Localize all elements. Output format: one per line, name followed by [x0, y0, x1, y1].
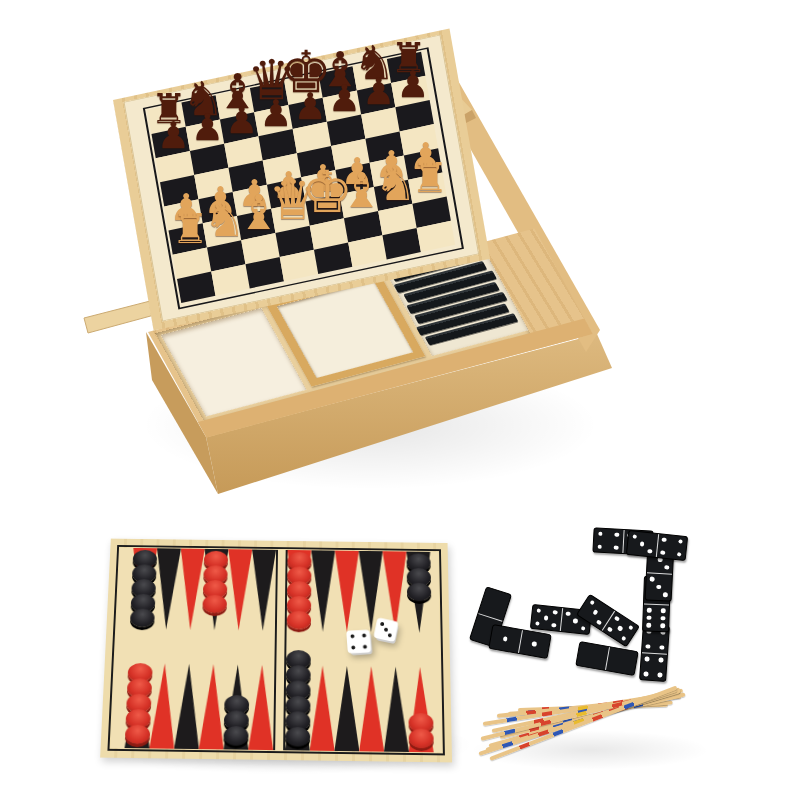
chess-board: ♜♞♝♛♚♝♞♜♟♟♟♟♟♟♟♟♟♟♟♟♟♟♟♟♜♞♝♛♚♝♞♜ [147, 52, 455, 303]
chess-square-f7: ♟ [323, 90, 361, 121]
chess-piece-black-pawn[interactable]: ♟ [156, 117, 189, 154]
chess-piece-white-knight[interactable]: ♞ [374, 160, 416, 207]
chess-piece-black-pawn[interactable]: ♟ [327, 80, 360, 117]
chess-square-b3: ♞ [203, 216, 241, 247]
chess-square-a7: ♟ [151, 127, 189, 158]
chess-piece-black-pawn[interactable]: ♟ [190, 110, 223, 147]
chess-square-a3: ♜ [169, 223, 207, 254]
chess-piece-black-pawn[interactable]: ♟ [396, 66, 429, 103]
chess-piece-black-pawn[interactable]: ♟ [362, 73, 395, 110]
product-photo-wooden-game-set: ♜♞♝♛♚♝♞♜♟♟♟♟♟♟♟♟♟♟♟♟♟♟♟♟♜♞♝♛♚♝♞♜ [0, 0, 800, 800]
chess-square-f3: ♝ [340, 187, 378, 218]
chess-square-h3: ♜ [408, 172, 446, 203]
left-slat [84, 300, 158, 333]
chess-square-g7: ♟ [357, 83, 395, 114]
chess-piece-black-pawn[interactable]: ♟ [293, 88, 326, 125]
chess-square-d7: ♟ [254, 105, 292, 136]
chess-square-h7: ♟ [391, 76, 429, 107]
chess-square-b7: ♟ [186, 119, 224, 150]
chess-piece-black-pawn[interactable]: ♟ [225, 102, 258, 139]
chess-piece-black-pawn[interactable]: ♟ [259, 95, 292, 132]
chess-square-g3: ♞ [374, 180, 412, 211]
chess-square-e7: ♟ [288, 98, 326, 129]
chess-piece-white-rook[interactable]: ♜ [411, 158, 448, 199]
chess-square-e3: ♚ [305, 194, 343, 225]
chess-square-c7: ♟ [220, 112, 258, 143]
